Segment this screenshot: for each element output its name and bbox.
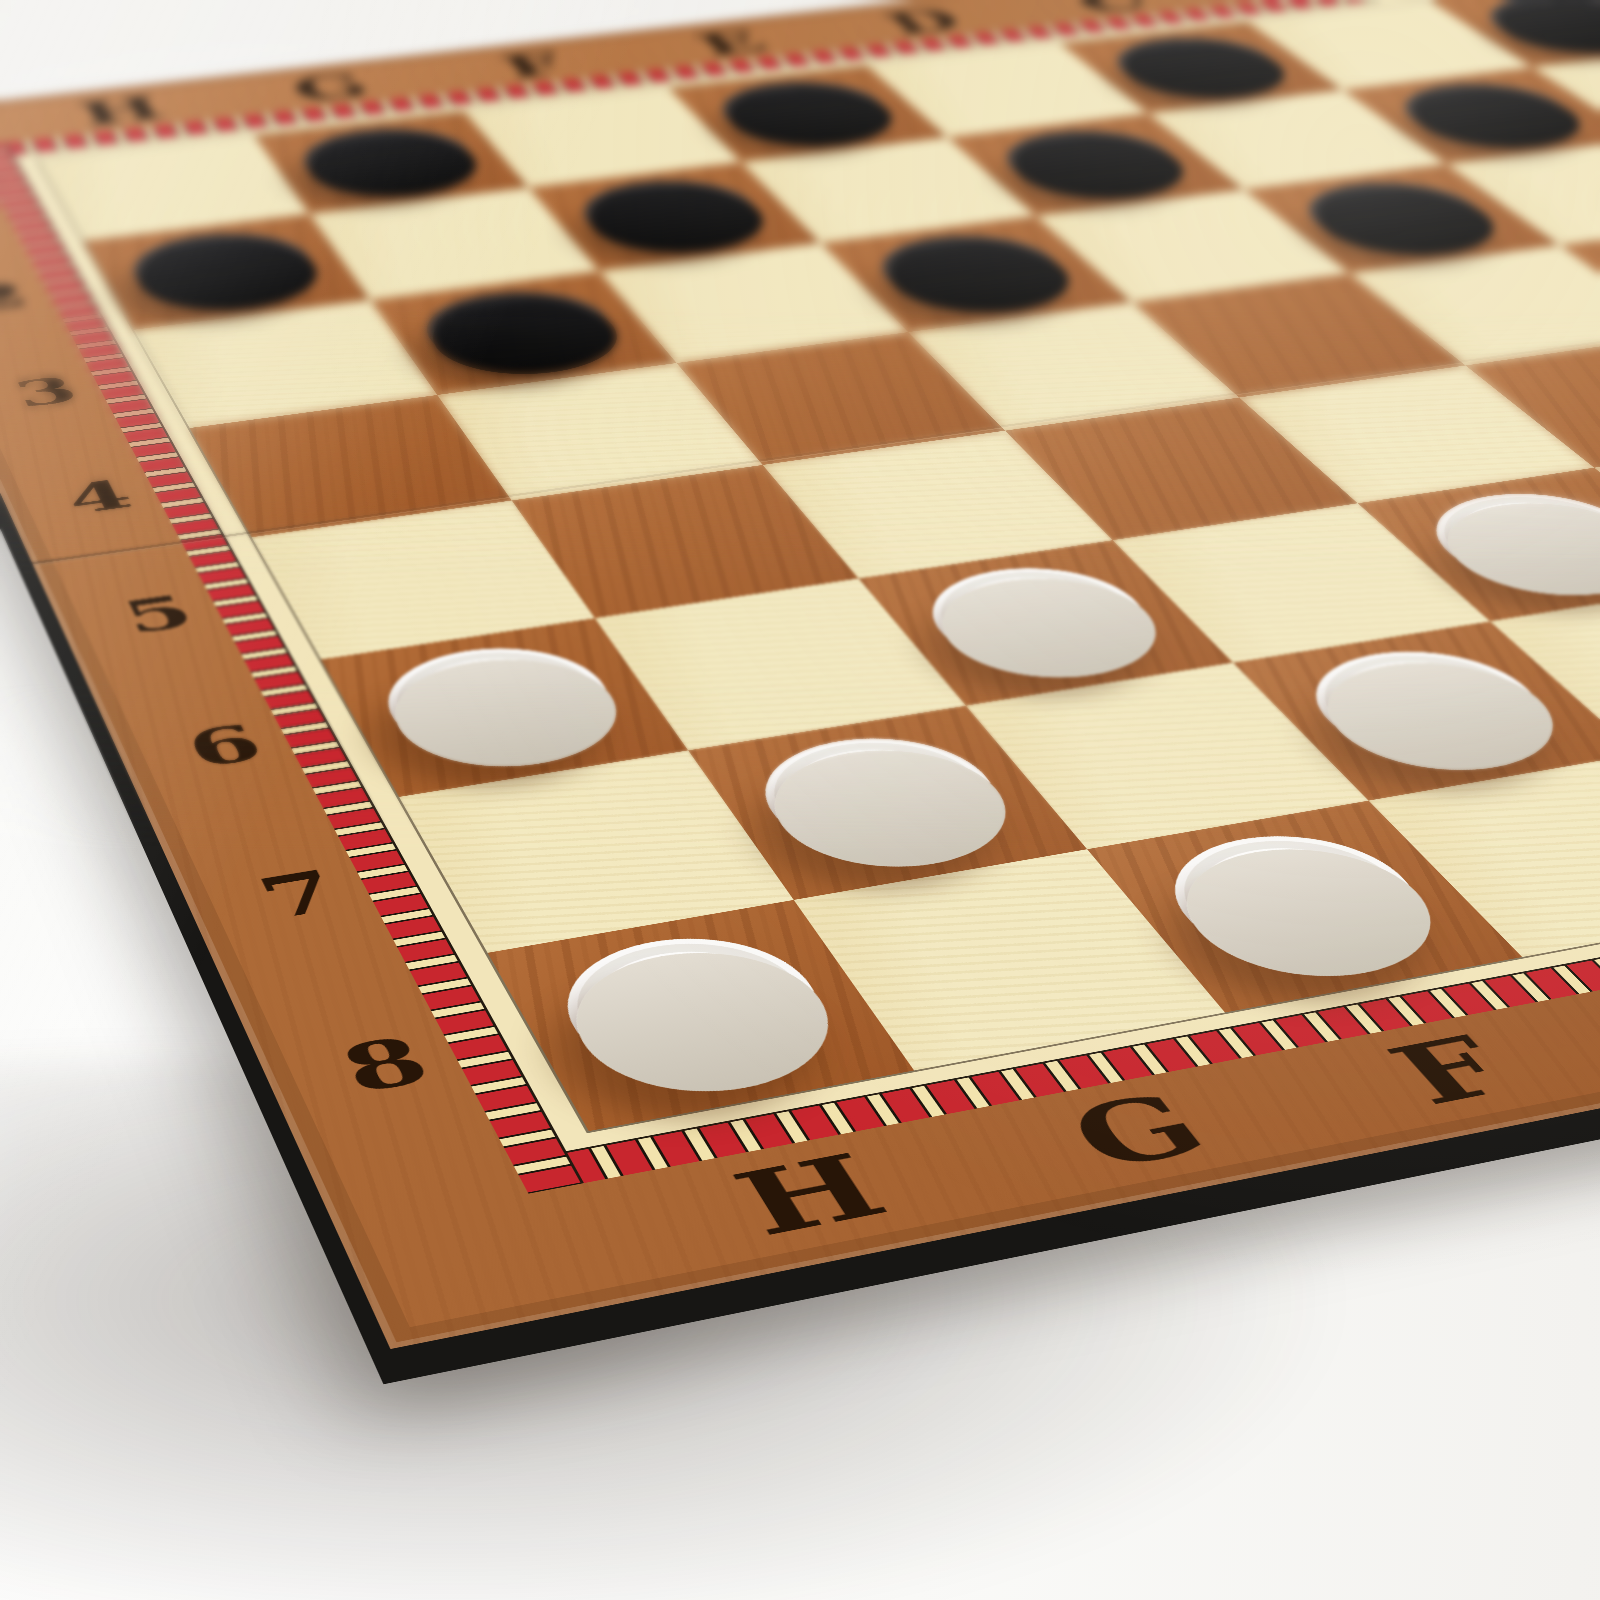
board-grid[interactable] bbox=[35, 0, 1600, 1133]
rank-label-6: 6 bbox=[132, 706, 319, 787]
black-piece-c1[interactable] bbox=[1092, 31, 1303, 99]
black-piece-g1[interactable] bbox=[286, 122, 491, 198]
photo-background: 12345678HHGGFFEEDDCCBBAA bbox=[0, 0, 1600, 1600]
white-piece-h8[interactable] bbox=[536, 922, 854, 1094]
rank-label-7: 7 bbox=[200, 850, 400, 941]
scene: 12345678HHGGFFEEDDCCBBAA bbox=[0, 0, 1600, 1600]
rank-label-3: 3 bbox=[0, 363, 124, 420]
rank-label-5: 5 bbox=[71, 579, 246, 651]
black-piece-g3[interactable] bbox=[406, 283, 635, 375]
rank-label-4: 4 bbox=[17, 465, 182, 529]
black-piece-h2[interactable] bbox=[117, 225, 331, 312]
black-piece-e1[interactable] bbox=[701, 75, 910, 147]
black-piece-e3[interactable] bbox=[856, 227, 1089, 314]
black-piece-f2[interactable] bbox=[562, 173, 780, 254]
rank-label-8: 8 bbox=[278, 1013, 493, 1118]
black-piece-d2[interactable] bbox=[981, 123, 1203, 200]
white-piece-g7[interactable] bbox=[734, 724, 1032, 869]
checkers-board[interactable]: 12345678HHGGFFEEDDCCBBAA bbox=[0, 0, 1600, 1349]
white-piece-h6[interactable] bbox=[363, 636, 637, 769]
white-piece-f6[interactable] bbox=[901, 556, 1181, 679]
